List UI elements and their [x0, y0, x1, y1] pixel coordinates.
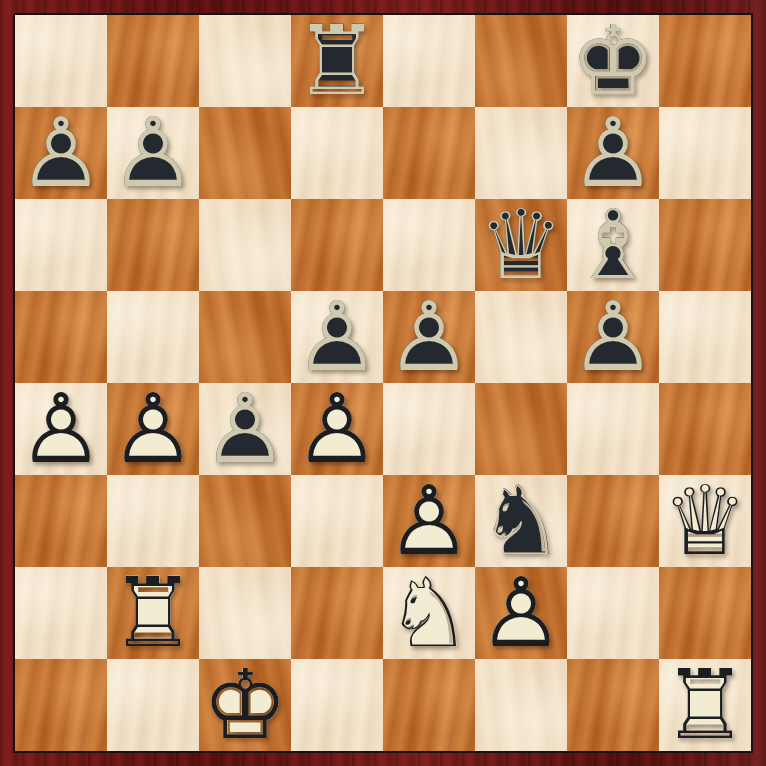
square-f5[interactable]	[475, 291, 567, 383]
square-f2[interactable]: ♟♙	[475, 567, 567, 659]
piece-black-pawn[interactable]: ♟♙	[107, 107, 199, 199]
piece-black-pawn[interactable]: ♟♙	[383, 291, 475, 383]
square-d3[interactable]	[291, 475, 383, 567]
square-a7[interactable]: ♟♙	[15, 107, 107, 199]
square-e5[interactable]: ♟♙	[383, 291, 475, 383]
square-g4[interactable]	[567, 383, 659, 475]
piece-white-pawn[interactable]: ♟♙	[291, 383, 383, 475]
piece-white-king[interactable]: ♚♔	[199, 659, 291, 751]
white-pawn-outline-icon: ♙	[15, 383, 107, 475]
square-f8[interactable]	[475, 15, 567, 107]
square-h6[interactable]	[659, 199, 751, 291]
square-a5[interactable]	[15, 291, 107, 383]
black-pawn-outline-icon: ♙	[15, 107, 107, 199]
square-b5[interactable]	[107, 291, 199, 383]
square-f1[interactable]	[475, 659, 567, 751]
white-knight-outline-icon: ♘	[383, 567, 475, 659]
square-c2[interactable]	[199, 567, 291, 659]
black-pawn-outline-icon: ♙	[107, 107, 199, 199]
chess-app-window: ♜♖♚♔♟♙♟♙♟♙♛♕♝♗♟♙♟♙♟♙♟♙♟♙♟♙♟♙♟♙♞♘♛♕♜♖♞♘♟♙…	[0, 0, 766, 766]
square-b3[interactable]	[107, 475, 199, 567]
square-d8[interactable]: ♜♖	[291, 15, 383, 107]
piece-white-pawn[interactable]: ♟♙	[475, 567, 567, 659]
square-c3[interactable]	[199, 475, 291, 567]
square-f4[interactable]	[475, 383, 567, 475]
piece-black-bishop[interactable]: ♝♗	[567, 199, 659, 291]
square-g1[interactable]	[567, 659, 659, 751]
white-pawn-outline-icon: ♙	[107, 383, 199, 475]
square-h7[interactable]	[659, 107, 751, 199]
square-h8[interactable]	[659, 15, 751, 107]
piece-white-pawn[interactable]: ♟♙	[15, 383, 107, 475]
square-c4[interactable]: ♟♙	[199, 383, 291, 475]
black-queen-outline-icon: ♕	[475, 199, 567, 291]
chess-board: ♜♖♚♔♟♙♟♙♟♙♛♕♝♗♟♙♟♙♟♙♟♙♟♙♟♙♟♙♟♙♞♘♛♕♜♖♞♘♟♙…	[15, 15, 751, 751]
square-e3[interactable]: ♟♙	[383, 475, 475, 567]
black-pawn-outline-icon: ♙	[383, 291, 475, 383]
black-pawn-outline-icon: ♙	[291, 291, 383, 383]
square-b8[interactable]	[107, 15, 199, 107]
square-h5[interactable]	[659, 291, 751, 383]
piece-black-king[interactable]: ♚♔	[567, 15, 659, 107]
square-e6[interactable]	[383, 199, 475, 291]
piece-white-queen[interactable]: ♛♕	[659, 475, 751, 567]
square-h1[interactable]: ♜♖	[659, 659, 751, 751]
white-rook-outline-icon: ♖	[659, 659, 751, 751]
white-rook-outline-icon: ♖	[107, 567, 199, 659]
square-g2[interactable]	[567, 567, 659, 659]
square-f7[interactable]	[475, 107, 567, 199]
square-g6[interactable]: ♝♗	[567, 199, 659, 291]
square-h2[interactable]	[659, 567, 751, 659]
piece-white-rook[interactable]: ♜♖	[659, 659, 751, 751]
square-e4[interactable]	[383, 383, 475, 475]
square-f6[interactable]: ♛♕	[475, 199, 567, 291]
square-e2[interactable]: ♞♘	[383, 567, 475, 659]
piece-black-queen[interactable]: ♛♕	[475, 199, 567, 291]
square-a6[interactable]	[15, 199, 107, 291]
black-bishop-outline-icon: ♗	[567, 199, 659, 291]
square-a1[interactable]	[15, 659, 107, 751]
square-c7[interactable]	[199, 107, 291, 199]
square-g8[interactable]: ♚♔	[567, 15, 659, 107]
square-d2[interactable]	[291, 567, 383, 659]
piece-black-pawn[interactable]: ♟♙	[567, 291, 659, 383]
square-e1[interactable]	[383, 659, 475, 751]
square-h3[interactable]: ♛♕	[659, 475, 751, 567]
square-b7[interactable]: ♟♙	[107, 107, 199, 199]
square-d7[interactable]	[291, 107, 383, 199]
black-knight-outline-icon: ♘	[475, 475, 567, 567]
square-d1[interactable]	[291, 659, 383, 751]
piece-black-rook[interactable]: ♜♖	[291, 15, 383, 107]
piece-white-pawn[interactable]: ♟♙	[383, 475, 475, 567]
black-king-outline-icon: ♔	[567, 15, 659, 107]
square-e8[interactable]	[383, 15, 475, 107]
black-rook-outline-icon: ♖	[291, 15, 383, 107]
piece-black-pawn[interactable]: ♟♙	[291, 291, 383, 383]
piece-black-pawn[interactable]: ♟♙	[199, 383, 291, 475]
board-inner-border: ♜♖♚♔♟♙♟♙♟♙♛♕♝♗♟♙♟♙♟♙♟♙♟♙♟♙♟♙♟♙♞♘♛♕♜♖♞♘♟♙…	[13, 13, 753, 753]
square-b2[interactable]: ♜♖	[107, 567, 199, 659]
square-a2[interactable]	[15, 567, 107, 659]
square-h4[interactable]	[659, 383, 751, 475]
square-c1[interactable]: ♚♔	[199, 659, 291, 751]
square-c8[interactable]	[199, 15, 291, 107]
square-b1[interactable]	[107, 659, 199, 751]
square-g7[interactable]: ♟♙	[567, 107, 659, 199]
piece-black-pawn[interactable]: ♟♙	[567, 107, 659, 199]
square-g5[interactable]: ♟♙	[567, 291, 659, 383]
white-queen-outline-icon: ♕	[659, 475, 751, 567]
white-pawn-outline-icon: ♙	[383, 475, 475, 567]
square-d6[interactable]	[291, 199, 383, 291]
square-a4[interactable]: ♟♙	[15, 383, 107, 475]
white-pawn-outline-icon: ♙	[475, 567, 567, 659]
square-a3[interactable]	[15, 475, 107, 567]
piece-white-rook[interactable]: ♜♖	[107, 567, 199, 659]
piece-black-knight[interactable]: ♞♘	[475, 475, 567, 567]
piece-white-knight[interactable]: ♞♘	[383, 567, 475, 659]
square-d4[interactable]: ♟♙	[291, 383, 383, 475]
black-pawn-outline-icon: ♙	[567, 291, 659, 383]
square-g3[interactable]	[567, 475, 659, 567]
board-frame: ♜♖♚♔♟♙♟♙♟♙♛♕♝♗♟♙♟♙♟♙♟♙♟♙♟♙♟♙♟♙♞♘♛♕♜♖♞♘♟♙…	[0, 0, 766, 766]
square-c6[interactable]	[199, 199, 291, 291]
square-c5[interactable]	[199, 291, 291, 383]
white-pawn-outline-icon: ♙	[291, 383, 383, 475]
square-d5[interactable]: ♟♙	[291, 291, 383, 383]
piece-black-pawn[interactable]: ♟♙	[15, 107, 107, 199]
square-b4[interactable]: ♟♙	[107, 383, 199, 475]
square-f3[interactable]: ♞♘	[475, 475, 567, 567]
black-pawn-outline-icon: ♙	[199, 383, 291, 475]
square-a8[interactable]	[15, 15, 107, 107]
white-king-outline-icon: ♔	[199, 659, 291, 751]
square-b6[interactable]	[107, 199, 199, 291]
square-e7[interactable]	[383, 107, 475, 199]
black-pawn-outline-icon: ♙	[567, 107, 659, 199]
piece-white-pawn[interactable]: ♟♙	[107, 383, 199, 475]
